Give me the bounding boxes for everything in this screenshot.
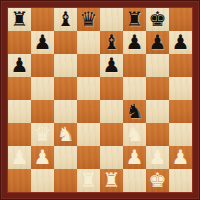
square-h1[interactable]	[169, 169, 192, 192]
white-knight-f3[interactable]: ♞	[126, 123, 144, 146]
square-e7[interactable]: ♝	[100, 31, 123, 54]
black-bishop-c8[interactable]: ♝	[57, 8, 75, 31]
square-h2[interactable]: ♟	[169, 146, 192, 169]
white-knight-c3[interactable]: ♞	[57, 123, 75, 146]
square-f2[interactable]: ♟	[123, 146, 146, 169]
square-h8[interactable]	[169, 8, 192, 31]
square-b2[interactable]: ♟	[31, 146, 54, 169]
black-rook-a8[interactable]: ♜	[11, 8, 29, 31]
square-d1[interactable]: ♜	[77, 169, 100, 192]
square-a7[interactable]	[8, 31, 31, 54]
square-c2[interactable]	[54, 146, 77, 169]
square-h6[interactable]	[169, 54, 192, 77]
square-a3[interactable]	[8, 123, 31, 146]
square-g6[interactable]	[146, 54, 169, 77]
square-d2[interactable]	[77, 146, 100, 169]
square-b1[interactable]	[31, 169, 54, 192]
square-a8[interactable]: ♜	[8, 8, 31, 31]
square-g5[interactable]	[146, 77, 169, 100]
square-a1[interactable]	[8, 169, 31, 192]
black-rook-f8[interactable]: ♜	[126, 8, 144, 31]
square-e1[interactable]: ♜	[100, 169, 123, 192]
black-pawn-a6[interactable]: ♟	[11, 54, 29, 77]
square-c7[interactable]	[54, 31, 77, 54]
square-e5[interactable]	[100, 77, 123, 100]
square-h3[interactable]	[169, 123, 192, 146]
square-d8[interactable]: ♛	[77, 8, 100, 31]
square-a5[interactable]	[8, 77, 31, 100]
square-e4[interactable]	[100, 100, 123, 123]
black-knight-f4[interactable]: ♞	[126, 100, 144, 123]
square-g4[interactable]	[146, 100, 169, 123]
square-h5[interactable]	[169, 77, 192, 100]
square-b7[interactable]: ♟	[31, 31, 54, 54]
square-c6[interactable]	[54, 54, 77, 77]
black-pawn-f7[interactable]: ♟	[126, 31, 144, 54]
square-f3[interactable]: ♞	[123, 123, 146, 146]
chess-board-frame: ♜♝♛♜♚♟♝♟♟♟♟♟♞♛♞♞♟♟♟♟♟♜♜♚	[0, 0, 200, 200]
square-e8[interactable]	[100, 8, 123, 31]
square-g3[interactable]	[146, 123, 169, 146]
square-h7[interactable]: ♟	[169, 31, 192, 54]
black-pawn-h7[interactable]: ♟	[172, 31, 190, 54]
black-king-g8[interactable]: ♚	[149, 8, 167, 31]
square-b3[interactable]: ♛	[31, 123, 54, 146]
square-g2[interactable]: ♟	[146, 146, 169, 169]
black-bishop-e7[interactable]: ♝	[103, 31, 121, 54]
square-g7[interactable]: ♟	[146, 31, 169, 54]
square-f7[interactable]: ♟	[123, 31, 146, 54]
square-f6[interactable]	[123, 54, 146, 77]
white-pawn-h2[interactable]: ♟	[172, 146, 190, 169]
square-e2[interactable]	[100, 146, 123, 169]
black-queen-d8[interactable]: ♛	[80, 8, 98, 31]
square-c4[interactable]	[54, 100, 77, 123]
square-f8[interactable]: ♜	[123, 8, 146, 31]
black-pawn-e6[interactable]: ♟	[103, 54, 121, 77]
square-c1[interactable]	[54, 169, 77, 192]
black-pawn-b7[interactable]: ♟	[34, 31, 52, 54]
square-g8[interactable]: ♚	[146, 8, 169, 31]
square-c8[interactable]: ♝	[54, 8, 77, 31]
square-b4[interactable]	[31, 100, 54, 123]
square-c3[interactable]: ♞	[54, 123, 77, 146]
square-h4[interactable]	[169, 100, 192, 123]
white-rook-d1[interactable]: ♜	[80, 169, 98, 192]
square-b8[interactable]	[31, 8, 54, 31]
square-a6[interactable]: ♟	[8, 54, 31, 77]
black-pawn-g7[interactable]: ♟	[149, 31, 167, 54]
white-pawn-a2[interactable]: ♟	[11, 146, 29, 169]
square-a2[interactable]: ♟	[8, 146, 31, 169]
square-d6[interactable]	[77, 54, 100, 77]
square-f5[interactable]	[123, 77, 146, 100]
square-a4[interactable]	[8, 100, 31, 123]
square-d3[interactable]	[77, 123, 100, 146]
white-pawn-b2[interactable]: ♟	[34, 146, 52, 169]
square-b5[interactable]	[31, 77, 54, 100]
square-b6[interactable]	[31, 54, 54, 77]
square-e6[interactable]: ♟	[100, 54, 123, 77]
square-g1[interactable]: ♚	[146, 169, 169, 192]
square-d5[interactable]	[77, 77, 100, 100]
square-f4[interactable]: ♞	[123, 100, 146, 123]
white-king-g1[interactable]: ♚	[149, 169, 167, 192]
white-pawn-f2[interactable]: ♟	[126, 146, 144, 169]
white-queen-b3[interactable]: ♛	[34, 123, 52, 146]
white-rook-e1[interactable]: ♜	[103, 169, 121, 192]
square-f1[interactable]	[123, 169, 146, 192]
square-e3[interactable]	[100, 123, 123, 146]
square-c5[interactable]	[54, 77, 77, 100]
square-d4[interactable]	[77, 100, 100, 123]
square-d7[interactable]	[77, 31, 100, 54]
chess-board: ♜♝♛♜♚♟♝♟♟♟♟♟♞♛♞♞♟♟♟♟♟♜♜♚	[8, 8, 192, 192]
white-pawn-g2[interactable]: ♟	[149, 146, 167, 169]
